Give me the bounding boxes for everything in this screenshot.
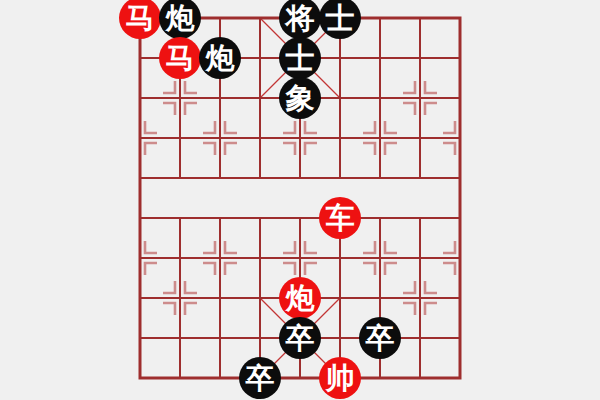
- piece-black-advisor[interactable]: 士: [319, 0, 361, 39]
- piece-red-cannon[interactable]: 炮: [279, 277, 321, 319]
- xiangqi-board: 马炮将士马炮士象车炮卒卒卒帅: [0, 0, 600, 400]
- piece-black-general[interactable]: 将: [279, 0, 321, 39]
- piece-black-soldier[interactable]: 卒: [239, 357, 281, 399]
- piece-red-chariot[interactable]: 车: [319, 197, 361, 239]
- piece-red-horse[interactable]: 马: [159, 37, 201, 79]
- piece-black-advisor[interactable]: 士: [279, 37, 321, 79]
- piece-black-soldier[interactable]: 卒: [359, 317, 401, 359]
- piece-black-cannon[interactable]: 炮: [199, 37, 241, 79]
- piece-layer: 马炮将士马炮士象车炮卒卒卒帅: [0, 0, 600, 400]
- piece-black-cannon[interactable]: 炮: [159, 0, 201, 39]
- piece-black-elephant[interactable]: 象: [279, 77, 321, 119]
- piece-red-horse[interactable]: 马: [119, 0, 161, 39]
- piece-black-soldier[interactable]: 卒: [279, 317, 321, 359]
- piece-red-general[interactable]: 帅: [319, 357, 361, 399]
